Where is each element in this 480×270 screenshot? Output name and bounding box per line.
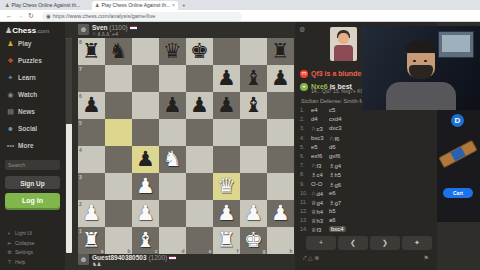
file-label: g — [262, 248, 265, 254]
black-r-piece[interactable]: ♜ — [267, 38, 294, 65]
coach-avatar — [330, 27, 357, 61]
browser-toolbar: ← → ↻ ◉https://www.chess.com/analysis/ga… — [0, 10, 480, 22]
player-bar-white: ☻ Guest8940380503 (1200) ♞♟ — [78, 254, 294, 268]
candy-bar-image — [438, 140, 477, 168]
move-number: 7. — [300, 162, 305, 168]
white-p-piece[interactable]: ♟ — [132, 173, 159, 200]
square-f8[interactable] — [213, 38, 240, 65]
move-black[interactable]: dxc3 — [329, 125, 359, 131]
white-p-piece[interactable]: ♟ — [240, 200, 267, 227]
square-e2[interactable] — [186, 200, 213, 227]
sign-up-button[interactable]: Sign Up — [5, 176, 60, 189]
gear-icon[interactable]: ⚙ — [299, 26, 305, 34]
white-p-piece[interactable]: ♟ — [132, 200, 159, 227]
black-p-piece[interactable]: ♟ — [132, 146, 159, 173]
move-number: 2. — [300, 116, 305, 122]
square-c2[interactable]: ♟ — [132, 200, 159, 227]
square-a3[interactable]: 3 — [78, 173, 105, 200]
move-black[interactable]: b5 — [329, 208, 359, 214]
square-c3[interactable]: ♟ — [132, 173, 159, 200]
sidebar-footer-help[interactable]: ?Help — [6, 259, 64, 268]
square-a6[interactable]: ♟6 — [78, 92, 105, 119]
square-a2[interactable]: ♟2 — [78, 200, 105, 227]
move-black[interactable]: c5 — [329, 107, 359, 113]
move-row: 8.♗c4♗h5 — [295, 170, 437, 179]
player-name-white[interactable]: Guest8940380503 (1200) — [92, 254, 176, 261]
move-number: 8. — [300, 171, 305, 177]
sidebar-item-social[interactable]: ☻Social — [6, 125, 64, 137]
square-a1[interactable]: ♜1a — [78, 227, 105, 254]
black-b-piece[interactable]: ♝ — [240, 92, 267, 119]
ad-brand-logo: D — [451, 114, 464, 127]
rank-label: 1 — [79, 228, 82, 234]
square-h2[interactable]: ♟ — [267, 200, 294, 227]
black-p-piece[interactable]: ♟ — [213, 92, 240, 119]
square-h3[interactable] — [267, 173, 294, 200]
avatar[interactable]: ☻ — [78, 24, 89, 35]
evaluation-bar — [66, 38, 72, 253]
watch-icon: ◉ — [6, 91, 15, 99]
move-black[interactable]: a6 — [329, 217, 359, 223]
ad-banner[interactable]: D Cart — [437, 110, 480, 222]
move-row: 6.exf6gxf6 — [295, 152, 437, 161]
next-move-button[interactable]: ❯ — [370, 236, 400, 250]
rank-label: 3 — [79, 174, 82, 180]
forward-icon[interactable]: → — [17, 12, 24, 19]
square-c4[interactable]: ♟ — [132, 146, 159, 173]
material-advantage: +4 — [112, 31, 118, 37]
black-p-piece[interactable]: ♟ — [159, 92, 186, 119]
news-icon: ▤ — [6, 108, 15, 116]
captured-pieces-white: ♞♟ — [92, 261, 101, 267]
square-d7[interactable] — [159, 65, 186, 92]
screen: ♟Play Chess Online Against th... ♟Play C… — [0, 0, 480, 270]
flag-icon — [130, 26, 137, 30]
analysis-icon[interactable]: △ — [308, 255, 313, 261]
sidebar-footer-settings[interactable]: ⚙Settings — [6, 249, 64, 258]
square-e8[interactable]: ♚ — [186, 38, 213, 65]
learn-icon: ✦ — [6, 74, 15, 82]
sidebar-footer-collapse[interactable]: ⇤Collapse — [6, 240, 64, 249]
square-g8[interactable] — [240, 38, 267, 65]
rank-label: 8 — [79, 39, 82, 45]
square-c7[interactable] — [132, 65, 159, 92]
white-p-piece[interactable]: ♟ — [213, 200, 240, 227]
rank-label: 4 — [79, 147, 82, 153]
move-row: 2.d4cxd4 — [295, 115, 437, 124]
black-q-piece[interactable]: ♛ — [159, 38, 186, 65]
square-b8[interactable]: ♞ — [105, 38, 132, 65]
rank-label: 2 — [79, 201, 82, 207]
move-list: 1.e4c52.d4cxd43.♘c3dxc34.bxc3♘f65.e5d66.… — [295, 106, 437, 235]
square-a5[interactable]: 5 — [78, 119, 105, 146]
rank-label: 6 — [79, 93, 82, 99]
move-black[interactable]: ♗g4 — [329, 162, 359, 169]
chesscom-logo[interactable]: ♟Chess.com — [5, 26, 49, 35]
player-rating-white: (1200) — [148, 254, 167, 261]
move-number: 12. — [300, 208, 308, 214]
square-f1[interactable]: ♜f — [213, 227, 240, 254]
streamer — [386, 38, 456, 110]
black-b-piece[interactable]: ♝ — [240, 65, 267, 92]
move-black[interactable]: ♘f6 — [329, 135, 359, 142]
square-a4[interactable]: 4 — [78, 146, 105, 173]
square-g3[interactable] — [240, 173, 267, 200]
square-b7[interactable] — [105, 65, 132, 92]
square-b4[interactable] — [105, 146, 132, 173]
square-d4[interactable]: ♞ — [159, 146, 186, 173]
move-row: 5.e5d6 — [295, 143, 437, 152]
move-row: 7.♘f3♗g4 — [295, 161, 437, 170]
black-k-piece[interactable]: ♚ — [186, 38, 213, 65]
browser-tab-bar: ♟Play Chess Online Against th... ♟Play C… — [0, 0, 480, 10]
square-h1[interactable]: h — [267, 227, 294, 254]
move-row: 12.♕h4b5 — [295, 207, 437, 216]
evaluation-bar-black — [66, 38, 72, 124]
sidebar-item-more[interactable]: •••More — [6, 142, 64, 154]
black-p-piece[interactable]: ♟ — [78, 92, 105, 119]
square-g5[interactable] — [240, 119, 267, 146]
browser-tab-2-active[interactable]: ♟Play Chess Online Against th...× — [92, 1, 178, 10]
square-e5[interactable] — [186, 119, 213, 146]
site-info-icon[interactable]: ◉ — [46, 13, 51, 19]
move-black[interactable]: cxd4 — [329, 116, 359, 122]
sidebar-item-play[interactable]: ♟Play — [6, 40, 64, 52]
webcam-overlay — [362, 26, 480, 110]
square-a8[interactable]: ♜8 — [78, 38, 105, 65]
square-f3[interactable]: ♛ — [213, 173, 240, 200]
square-e7[interactable] — [186, 65, 213, 92]
white-q-piece[interactable]: ♛ — [213, 173, 240, 200]
move-black[interactable]: d6 — [329, 144, 359, 150]
sidebar-item-watch[interactable]: ◉Watch — [6, 91, 64, 103]
white-p-piece[interactable]: ♟ — [267, 200, 294, 227]
file-label: a — [101, 248, 104, 254]
black-p-piece[interactable]: ♟ — [213, 65, 240, 92]
move-row: 4.bxc3♘f6 — [295, 134, 437, 143]
rank-label: 7 — [79, 66, 82, 72]
square-e4[interactable] — [186, 146, 213, 173]
player-bar-black: ☻ Sven (1100) ♘♗♙♙+4 — [78, 24, 294, 38]
square-b3[interactable] — [105, 173, 132, 200]
square-b2[interactable] — [105, 200, 132, 227]
move-number: 3. — [300, 125, 305, 131]
square-h6[interactable] — [267, 92, 294, 119]
search-input[interactable]: Search — [5, 160, 60, 170]
player-rating-black: (1100) — [109, 24, 127, 31]
square-g2[interactable]: ♟ — [240, 200, 267, 227]
move-number: 11. — [300, 199, 307, 205]
flag-report-icon[interactable]: ⚑ — [424, 254, 429, 261]
play-icon: ♟ — [6, 40, 15, 48]
square-d1[interactable]: d — [159, 227, 186, 254]
black-r-piece[interactable]: ♜ — [78, 38, 105, 65]
move-black[interactable]: ♗g6 — [329, 181, 359, 188]
file-label: d — [181, 248, 184, 254]
square-e1[interactable]: e — [186, 227, 213, 254]
rank-label: 5 — [79, 120, 82, 126]
sidebar-item-puzzles[interactable]: ❖Puzzles — [6, 57, 64, 69]
move-black[interactable]: e6 — [329, 190, 359, 196]
hint-button[interactable]: ✦ — [402, 236, 432, 250]
chesscom-favicon: ♟ — [95, 2, 99, 8]
tab-close-icon[interactable]: × — [172, 2, 175, 8]
move-black[interactable]: bxc4 — [329, 226, 359, 232]
square-c8[interactable] — [132, 38, 159, 65]
reload-icon[interactable]: ↻ — [28, 12, 34, 20]
square-c5[interactable] — [132, 119, 159, 146]
sidebar-item-learn[interactable]: ✦Learn — [6, 74, 64, 86]
move-number: 14. — [300, 226, 308, 232]
white-p-piece[interactable]: ♟ — [78, 200, 105, 227]
square-c6[interactable] — [132, 92, 159, 119]
black-p-piece[interactable]: ♟ — [267, 65, 294, 92]
square-f6[interactable]: ♟ — [213, 92, 240, 119]
move-nav-bar: + ❮ ❯ ✦ — [306, 236, 432, 250]
url-text: https://www.chess.com/analysis/game/live — [53, 13, 155, 19]
move-row: 9.O-O♗g6 — [295, 180, 437, 189]
square-f4[interactable] — [213, 146, 240, 173]
square-g1[interactable]: ♚g — [240, 227, 267, 254]
sidebar-item-news[interactable]: ▤News — [6, 108, 64, 120]
black-n-piece[interactable]: ♞ — [105, 38, 132, 65]
move-number: 13. — [300, 217, 308, 223]
square-b5[interactable] — [105, 119, 132, 146]
move-row: 13.♕h3a6 — [295, 216, 437, 225]
social-icon: ☻ — [6, 125, 15, 132]
square-g7[interactable]: ♝ — [240, 65, 267, 92]
log-in-button[interactable]: Log In — [5, 193, 60, 208]
puzzles-icon: ❖ — [6, 57, 15, 65]
captured-pieces-black: ♘♗♙♙+4 — [92, 31, 118, 37]
avatar[interactable]: ☻ — [78, 254, 89, 265]
square-f7[interactable]: ♟ — [213, 65, 240, 92]
square-f2[interactable]: ♟ — [213, 200, 240, 227]
move-row: 14.♕f3bxc4 — [295, 225, 437, 234]
panel-footer: ⤤ △ ⊗ ⚑ — [303, 254, 429, 262]
chess-board[interactable]: ♜8♞♛♚♜7♟♝♟♟6♟♟♟♝54♟♞3♟♛♟2♟♟♟♟♜1ab♝cde♜f♚… — [78, 38, 294, 254]
sidebar-footer-light-ui[interactable]: ◐Light UI — [6, 230, 64, 239]
add-move-button[interactable]: + — [306, 236, 336, 250]
square-e6[interactable]: ♟ — [186, 92, 213, 119]
move-black[interactable]: gxf6 — [329, 153, 359, 159]
browser-tab-1[interactable]: ♟Play Chess Online Against th... — [2, 1, 88, 10]
square-d6[interactable]: ♟ — [159, 92, 186, 119]
square-d8[interactable]: ♛ — [159, 38, 186, 65]
square-h5[interactable] — [267, 119, 294, 146]
square-c1[interactable]: ♝c — [132, 227, 159, 254]
settings-icon[interactable]: ⊗ — [314, 255, 319, 261]
best-move-icon: ★ — [300, 83, 308, 91]
square-h8[interactable]: ♜ — [267, 38, 294, 65]
black-p-piece[interactable]: ♟ — [186, 92, 213, 119]
file-label: e — [209, 248, 212, 254]
back-icon[interactable]: ← — [6, 12, 13, 19]
move-row: 10.♘d4e6 — [295, 189, 437, 198]
square-h4[interactable] — [267, 146, 294, 173]
move-number: 6. — [300, 153, 305, 159]
move-row: 11.♕g4♗g7 — [295, 198, 437, 207]
square-b6[interactable] — [105, 92, 132, 119]
square-f5[interactable] — [213, 119, 240, 146]
move-number: 1. — [300, 107, 305, 113]
square-g4[interactable] — [240, 146, 267, 173]
square-b1[interactable]: b — [105, 227, 132, 254]
file-label: h — [289, 248, 292, 254]
chesscom-sidebar: ♟Chess.com ♟Play❖Puzzles✦Learn◉Watch▤New… — [0, 22, 65, 270]
file-label: b — [127, 248, 130, 254]
square-a7[interactable]: 7 — [78, 65, 105, 92]
move-number: 9. — [300, 181, 305, 187]
address-bar[interactable]: ◉https://www.chess.com/analysis/game/liv… — [42, 12, 242, 21]
file-label: c — [155, 248, 158, 254]
move-black[interactable]: ♗g7 — [329, 199, 359, 206]
move-row: 3.♘c3dxc3 — [295, 124, 437, 133]
white-n-piece[interactable]: ♞ — [159, 146, 186, 173]
square-g6[interactable]: ♝ — [240, 92, 267, 119]
move-number: 10. — [300, 190, 308, 196]
flag-icon — [169, 256, 176, 260]
move-black[interactable]: ♗h5 — [329, 171, 359, 178]
square-d5[interactable] — [159, 119, 186, 146]
more-icon: ••• — [6, 142, 15, 149]
square-d2[interactable] — [159, 200, 186, 227]
chesscom-favicon: ♟ — [5, 2, 9, 8]
share-icon[interactable]: ⤤ — [303, 255, 306, 261]
new-tab-button[interactable]: + — [182, 2, 186, 8]
square-h7[interactable]: ♟ — [267, 65, 294, 92]
file-label: f — [237, 248, 239, 254]
square-e3[interactable] — [186, 173, 213, 200]
move-number: 5. — [300, 144, 305, 150]
square-d3[interactable] — [159, 173, 186, 200]
move-number: 4. — [300, 135, 305, 141]
prev-move-button[interactable]: ❮ — [338, 236, 368, 250]
player-name-black[interactable]: Sven (1100) — [92, 24, 137, 31]
ad-cta-button[interactable]: Cart — [443, 188, 473, 198]
